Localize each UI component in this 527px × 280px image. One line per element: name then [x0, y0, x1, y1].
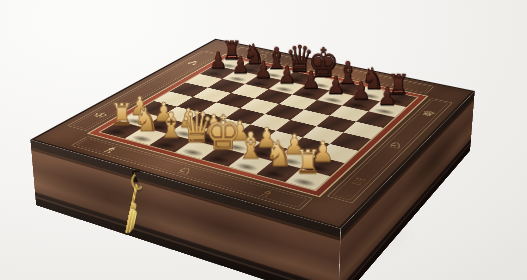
tassel	[120, 201, 139, 235]
piece-black-pawn: ♟	[232, 54, 250, 77]
inlay-motif-icon: ♘	[385, 140, 406, 150]
piece-black-pawn: ♟	[378, 84, 398, 109]
inlay-motif-icon: ♗	[99, 145, 122, 155]
inlay-motif-icon: ♔	[90, 110, 112, 119]
inlay-motif-icon: ♙	[184, 59, 203, 66]
piece-black-pawn: ♟	[278, 63, 297, 87]
piece-black-pawn: ♟	[302, 68, 321, 92]
tassel-skirt	[120, 207, 137, 235]
inlay-motif-icon: ♗	[255, 187, 279, 199]
piece-white-rook: ♜	[110, 99, 134, 129]
square-h6	[356, 111, 395, 128]
piece-white-bishop: ♝	[236, 127, 265, 164]
chess-box: ♘♖♕ ♗♘♗ ♙♘♔ ♕♘♖ ♜♞♝♛♚♝♞♜♟♟♟♟♟♟♟♟♟♟♟♟♟♟♟♟…	[30, 39, 475, 229]
inlay-motif-icon: ♖	[347, 176, 370, 188]
inlay-motif-icon: ♘	[174, 165, 198, 176]
piece-black-pawn: ♟	[352, 79, 371, 104]
inlay-motif-icon: ♕	[419, 109, 439, 118]
piece-white-knight: ♞	[133, 103, 159, 136]
piece-black-pawn: ♟	[209, 49, 227, 72]
key-cord-and-tassel	[125, 184, 147, 236]
piece-black-pawn: ♟	[326, 73, 345, 98]
piece-white-rook: ♜	[295, 145, 321, 179]
piece-black-pawn: ♟	[254, 58, 272, 82]
piece-white-knight: ♞	[265, 136, 293, 171]
inlay-motif-icon: ♘	[140, 83, 160, 91]
product-photo-scene: ♘♖♕ ♗♘♗ ♙♘♔ ♕♘♖ ♜♞♝♛♚♝♞♜♟♟♟♟♟♟♟♟♟♟♟♟♟♟♟♟…	[0, 0, 527, 280]
